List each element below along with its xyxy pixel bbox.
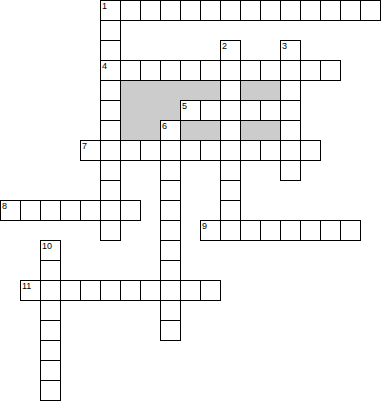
cell-r5c5[interactable]	[100, 100, 121, 121]
cell-r5c14[interactable]	[280, 100, 301, 121]
cell-r10c5[interactable]	[100, 200, 121, 221]
cell-r2c11[interactable]: 2	[220, 40, 241, 61]
cell-r8c5[interactable]	[100, 160, 121, 181]
cell-r3c16[interactable]	[320, 60, 341, 81]
cell-r3c13[interactable]	[260, 60, 281, 81]
cell-r17c2[interactable]	[40, 340, 61, 361]
cell-r0c6[interactable]	[120, 0, 141, 21]
cell-r9c8[interactable]	[160, 180, 181, 201]
clue-number-11: 11	[22, 281, 31, 291]
cell-r3c12[interactable]	[240, 60, 261, 81]
shaded-area	[160, 100, 181, 121]
cell-r0c12[interactable]	[240, 0, 261, 21]
cell-r7c4[interactable]: 7	[80, 140, 101, 161]
cell-r7c6[interactable]	[120, 140, 141, 161]
cell-r10c11[interactable]	[220, 200, 241, 221]
cell-r14c2[interactable]	[40, 280, 61, 301]
cell-r10c8[interactable]	[160, 200, 181, 221]
cell-r11c12[interactable]	[240, 220, 261, 241]
cell-r11c17[interactable]	[340, 220, 361, 241]
cell-r11c10[interactable]: 9	[200, 220, 221, 241]
cell-r7c11[interactable]	[220, 140, 241, 161]
clue-number-10: 10	[42, 241, 52, 251]
cell-r7c10[interactable]	[200, 140, 221, 161]
cell-r14c6[interactable]	[120, 280, 141, 301]
cell-r7c9[interactable]	[180, 140, 201, 161]
cell-r14c4[interactable]	[80, 280, 101, 301]
cell-r0c14[interactable]	[280, 0, 301, 21]
shaded-area	[140, 100, 161, 121]
cell-r3c15[interactable]	[300, 60, 321, 81]
cell-r0c9[interactable]	[180, 0, 201, 21]
clue-number-8: 8	[2, 201, 7, 211]
cell-r7c5[interactable]	[100, 140, 121, 161]
clue-number-3: 3	[282, 41, 287, 51]
cell-r19c2[interactable]	[40, 380, 61, 401]
cell-r15c8[interactable]	[160, 300, 181, 321]
clue-number-2: 2	[222, 41, 227, 51]
cell-r0c11[interactable]	[220, 0, 241, 21]
clue-number-1: 1	[102, 1, 107, 11]
cell-r11c8[interactable]	[160, 220, 181, 241]
cell-r5c13[interactable]	[260, 100, 281, 121]
shaded-area	[240, 120, 261, 141]
cell-r14c7[interactable]	[140, 280, 161, 301]
cell-r6c14[interactable]	[280, 120, 301, 141]
cell-r8c8[interactable]	[160, 160, 181, 181]
cell-r10c6[interactable]	[120, 200, 141, 221]
cell-r6c8[interactable]: 6	[160, 120, 181, 141]
clue-number-5: 5	[182, 101, 187, 111]
cell-r7c12[interactable]	[240, 140, 261, 161]
cell-r9c11[interactable]	[220, 180, 241, 201]
cell-r0c15[interactable]	[300, 0, 321, 21]
cell-r5c10[interactable]	[200, 100, 221, 121]
clue-number-6: 6	[162, 121, 167, 131]
cell-r11c13[interactable]	[260, 220, 281, 241]
cell-r10c0[interactable]: 8	[0, 200, 21, 221]
shaded-area	[120, 120, 141, 141]
cell-r10c3[interactable]	[60, 200, 81, 221]
cell-r3c8[interactable]	[160, 60, 181, 81]
cell-r14c9[interactable]	[180, 280, 201, 301]
cell-r7c7[interactable]	[140, 140, 161, 161]
cell-r0c16[interactable]	[320, 0, 341, 21]
shaded-area	[240, 80, 261, 101]
shaded-area	[180, 80, 201, 101]
cell-r3c6[interactable]	[120, 60, 141, 81]
cell-r5c11[interactable]	[220, 100, 241, 121]
cell-r14c1[interactable]: 11	[20, 280, 41, 301]
cell-r4c14[interactable]	[280, 80, 301, 101]
cell-r3c5[interactable]: 4	[100, 60, 121, 81]
cell-r14c3[interactable]	[60, 280, 81, 301]
cell-r16c8[interactable]	[160, 320, 181, 341]
cell-r0c10[interactable]	[200, 0, 221, 21]
cell-r14c8[interactable]	[160, 280, 181, 301]
cell-r9c5[interactable]	[100, 180, 121, 201]
cell-r16c2[interactable]	[40, 320, 61, 341]
clue-number-4: 4	[102, 61, 107, 71]
cell-r7c8[interactable]	[160, 140, 181, 161]
cell-r11c16[interactable]	[320, 220, 341, 241]
cell-r18c2[interactable]	[40, 360, 61, 381]
cell-r11c5[interactable]	[100, 220, 121, 241]
cell-r8c14[interactable]	[280, 160, 301, 181]
shaded-area	[180, 120, 201, 141]
shaded-area	[200, 120, 221, 141]
cell-r0c13[interactable]	[260, 0, 281, 21]
cell-r7c14[interactable]	[280, 140, 301, 161]
cell-r7c15[interactable]	[300, 140, 321, 161]
cell-r6c5[interactable]	[100, 120, 121, 141]
shaded-area	[120, 100, 141, 121]
cell-r3c9[interactable]	[180, 60, 201, 81]
cell-r2c14[interactable]: 3	[280, 40, 301, 61]
cell-r11c11[interactable]	[220, 220, 241, 241]
cell-r12c8[interactable]	[160, 240, 181, 261]
shaded-area	[160, 80, 181, 101]
cell-r0c7[interactable]	[140, 0, 161, 21]
cell-r0c8[interactable]	[160, 0, 181, 21]
cell-r3c10[interactable]	[200, 60, 221, 81]
cell-r0c17[interactable]	[340, 0, 361, 21]
cell-r0c5[interactable]: 1	[100, 0, 121, 21]
cell-r1c5[interactable]	[100, 20, 121, 41]
shaded-area	[140, 120, 161, 141]
cell-r10c1[interactable]	[20, 200, 41, 221]
crossword-board: 1234567891011	[0, 0, 381, 401]
cell-r10c4[interactable]	[80, 200, 101, 221]
cell-r6c11[interactable]	[220, 120, 241, 141]
shaded-area	[140, 80, 161, 101]
cell-r14c10[interactable]	[200, 280, 221, 301]
cell-r15c2[interactable]	[40, 300, 61, 321]
cell-r14c5[interactable]	[100, 280, 121, 301]
cell-r5c9[interactable]: 5	[180, 100, 201, 121]
cell-r5c12[interactable]	[240, 100, 261, 121]
cell-r10c2[interactable]	[40, 200, 61, 221]
cell-r2c5[interactable]	[100, 40, 121, 61]
cell-r13c2[interactable]	[40, 260, 61, 281]
cell-r0c18[interactable]	[360, 0, 381, 21]
cell-r12c2[interactable]: 10	[40, 240, 61, 261]
cell-r11c14[interactable]	[280, 220, 301, 241]
shaded-area	[120, 80, 141, 101]
cell-r4c5[interactable]	[100, 80, 121, 101]
cell-r4c11[interactable]	[220, 80, 241, 101]
cell-r13c8[interactable]	[160, 260, 181, 281]
cell-r8c11[interactable]	[220, 160, 241, 181]
cell-r3c14[interactable]	[280, 60, 301, 81]
shaded-area	[260, 80, 281, 101]
clue-number-9: 9	[202, 221, 207, 231]
cell-r3c11[interactable]	[220, 60, 241, 81]
shaded-area	[200, 80, 221, 101]
cell-r3c7[interactable]	[140, 60, 161, 81]
clue-number-7: 7	[82, 141, 87, 151]
cell-r11c15[interactable]	[300, 220, 321, 241]
cell-r7c13[interactable]	[260, 140, 281, 161]
shaded-area	[260, 120, 281, 141]
